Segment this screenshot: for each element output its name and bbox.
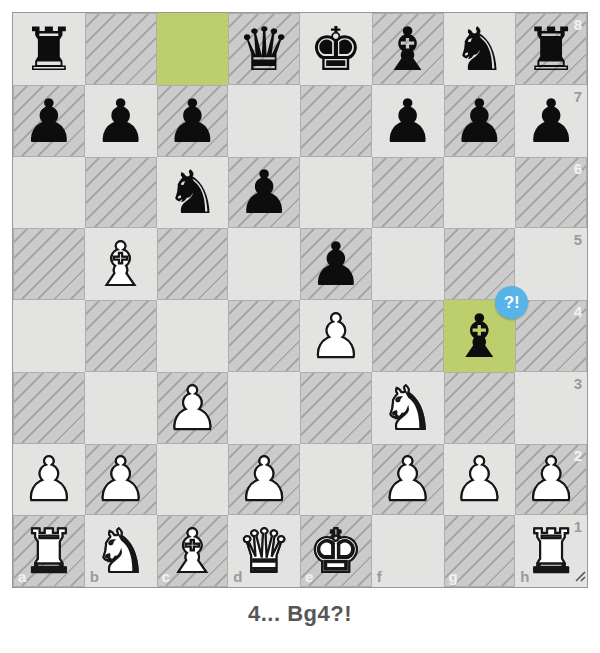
square-e7[interactable] (300, 85, 372, 157)
square-d7[interactable] (228, 85, 300, 157)
square-c8[interactable] (157, 13, 229, 85)
square-e6[interactable] (300, 157, 372, 229)
square-d5[interactable] (228, 228, 300, 300)
square-a8[interactable]: ♜ (13, 13, 85, 85)
square-d4[interactable] (228, 300, 300, 372)
square-b6[interactable] (85, 157, 157, 229)
coord-file-f: f (377, 568, 382, 585)
coord-file-g: g (449, 568, 458, 585)
piece-white-pawn[interactable]: ♟ (372, 444, 444, 516)
piece-white-pawn[interactable]: ♟ (13, 444, 85, 516)
piece-black-pawn[interactable]: ♟ (372, 85, 444, 157)
page: ♜♛♚♝♞8♜♟♟♟♟♟7♟♞♟6♝♟5♟♝?!4♟♞3♟♟♟♟♟2♟a♜b♞c… (0, 0, 600, 653)
square-h7[interactable]: 7♟ (515, 85, 587, 157)
square-e1[interactable]: e♚ (300, 515, 372, 587)
square-f6[interactable] (372, 157, 444, 229)
piece-black-pawn[interactable]: ♟ (300, 228, 372, 300)
square-b7[interactable]: ♟ (85, 85, 157, 157)
square-e8[interactable]: ♚ (300, 13, 372, 85)
piece-black-rook[interactable]: ♜ (13, 13, 85, 85)
piece-white-knight[interactable]: ♞ (372, 372, 444, 444)
square-a3[interactable] (13, 372, 85, 444)
square-f1[interactable]: f (372, 515, 444, 587)
piece-white-bishop[interactable]: ♝ (157, 515, 229, 587)
piece-white-pawn[interactable]: ♟ (444, 444, 516, 516)
piece-black-knight[interactable]: ♞ (157, 157, 229, 229)
piece-black-pawn[interactable]: ♟ (444, 85, 516, 157)
board-resize-handle-icon[interactable] (573, 568, 586, 586)
square-g3[interactable] (444, 372, 516, 444)
square-c5[interactable] (157, 228, 229, 300)
square-e5[interactable]: ♟ (300, 228, 372, 300)
square-g4[interactable]: ♝?! (444, 300, 516, 372)
square-h4[interactable]: 4 (515, 300, 587, 372)
square-c2[interactable] (157, 444, 229, 516)
square-a6[interactable] (13, 157, 85, 229)
piece-black-bishop[interactable]: ♝ (372, 13, 444, 85)
square-d1[interactable]: d♛ (228, 515, 300, 587)
coord-rank-6: 6 (574, 160, 582, 177)
piece-white-queen[interactable]: ♛ (228, 515, 300, 587)
piece-white-pawn[interactable]: ♟ (157, 372, 229, 444)
move-caption: 4... Bg4?! (0, 601, 600, 627)
square-b1[interactable]: b♞ (85, 515, 157, 587)
piece-black-pawn[interactable]: ♟ (13, 85, 85, 157)
piece-black-pawn[interactable]: ♟ (515, 85, 587, 157)
square-e3[interactable] (300, 372, 372, 444)
piece-white-bishop[interactable]: ♝ (85, 228, 157, 300)
square-g1[interactable]: g (444, 515, 516, 587)
square-f4[interactable] (372, 300, 444, 372)
square-h2[interactable]: 2♟ (515, 444, 587, 516)
square-c1[interactable]: c♝ (157, 515, 229, 587)
square-g8[interactable]: ♞ (444, 13, 516, 85)
square-f5[interactable] (372, 228, 444, 300)
square-d8[interactable]: ♛ (228, 13, 300, 85)
piece-black-king[interactable]: ♚ (300, 13, 372, 85)
piece-white-pawn[interactable]: ♟ (228, 444, 300, 516)
piece-black-rook[interactable]: ♜ (515, 13, 587, 85)
square-b4[interactable] (85, 300, 157, 372)
coord-rank-4: 4 (574, 303, 582, 320)
square-f7[interactable]: ♟ (372, 85, 444, 157)
square-d6[interactable]: ♟ (228, 157, 300, 229)
chess-board[interactable]: ♜♛♚♝♞8♜♟♟♟♟♟7♟♞♟6♝♟5♟♝?!4♟♞3♟♟♟♟♟2♟a♜b♞c… (12, 12, 588, 588)
square-b3[interactable] (85, 372, 157, 444)
square-h3[interactable]: 3 (515, 372, 587, 444)
square-d3[interactable] (228, 372, 300, 444)
square-g2[interactable]: ♟ (444, 444, 516, 516)
square-c7[interactable]: ♟ (157, 85, 229, 157)
piece-white-pawn[interactable]: ♟ (515, 444, 587, 516)
square-h6[interactable]: 6 (515, 157, 587, 229)
piece-white-knight[interactable]: ♞ (85, 515, 157, 587)
square-a1[interactable]: a♜ (13, 515, 85, 587)
piece-black-knight[interactable]: ♞ (444, 13, 516, 85)
square-e2[interactable] (300, 444, 372, 516)
square-b2[interactable]: ♟ (85, 444, 157, 516)
square-e4[interactable]: ♟ (300, 300, 372, 372)
square-a7[interactable]: ♟ (13, 85, 85, 157)
piece-black-pawn[interactable]: ♟ (85, 85, 157, 157)
square-g6[interactable] (444, 157, 516, 229)
coord-rank-5: 5 (574, 231, 582, 248)
piece-black-pawn[interactable]: ♟ (157, 85, 229, 157)
square-h1[interactable]: 1h♜ (515, 515, 587, 587)
square-c3[interactable]: ♟ (157, 372, 229, 444)
square-c6[interactable]: ♞ (157, 157, 229, 229)
square-a2[interactable]: ♟ (13, 444, 85, 516)
square-f2[interactable]: ♟ (372, 444, 444, 516)
piece-black-queen[interactable]: ♛ (228, 13, 300, 85)
square-f8[interactable]: ♝ (372, 13, 444, 85)
square-d2[interactable]: ♟ (228, 444, 300, 516)
square-b8[interactable] (85, 13, 157, 85)
piece-white-rook[interactable]: ♜ (13, 515, 85, 587)
square-a5[interactable] (13, 228, 85, 300)
square-h8[interactable]: 8♜ (515, 13, 587, 85)
coord-rank-3: 3 (574, 375, 582, 392)
piece-black-pawn[interactable]: ♟ (228, 157, 300, 229)
square-b5[interactable]: ♝ (85, 228, 157, 300)
piece-white-pawn[interactable]: ♟ (85, 444, 157, 516)
square-a4[interactable] (13, 300, 85, 372)
square-h5[interactable]: 5 (515, 228, 587, 300)
square-f3[interactable]: ♞ (372, 372, 444, 444)
piece-white-pawn[interactable]: ♟ (300, 300, 372, 372)
square-c4[interactable] (157, 300, 229, 372)
piece-white-king[interactable]: ♚ (300, 515, 372, 587)
square-g7[interactable]: ♟ (444, 85, 516, 157)
